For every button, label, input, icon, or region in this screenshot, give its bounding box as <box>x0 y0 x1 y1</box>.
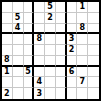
cell-r4c9[interactable] <box>88 34 99 45</box>
cell-r2c9[interactable] <box>88 13 99 24</box>
cell-r9c5[interactable] <box>45 88 56 99</box>
cell-r8c3[interactable] <box>24 77 35 88</box>
cell-r2c4[interactable] <box>34 13 45 24</box>
cell-r1c7[interactable] <box>67 2 78 13</box>
cell-r6c3[interactable] <box>24 56 35 67</box>
cell-r5c3[interactable] <box>24 45 35 56</box>
cell-r6c9[interactable] <box>88 56 99 67</box>
cell-r9c8[interactable] <box>77 88 88 99</box>
cell-r5c1[interactable] <box>2 45 13 56</box>
cell-r1c5[interactable]: 5 <box>45 2 56 13</box>
cell-r8c1[interactable] <box>2 77 13 88</box>
cell-r3c6[interactable] <box>56 24 67 35</box>
cell-r7c8[interactable] <box>77 67 88 78</box>
cell-r4c4[interactable]: 8 <box>34 34 45 45</box>
cell-r1c1[interactable] <box>2 2 13 13</box>
cell-r2c5[interactable]: 2 <box>45 13 56 24</box>
cell-r2c1[interactable] <box>2 13 13 24</box>
cell-r3c1[interactable] <box>2 24 13 35</box>
cell-r3c9[interactable] <box>88 24 99 35</box>
cell-r9c2[interactable] <box>13 88 24 99</box>
cell-r4c5[interactable] <box>45 34 56 45</box>
cell-r7c4[interactable] <box>34 67 45 78</box>
cell-r1c9[interactable] <box>88 2 99 13</box>
cell-r3c3[interactable] <box>24 24 35 35</box>
cell-r8c6[interactable] <box>56 77 67 88</box>
cell-r5c7[interactable]: 2 <box>67 45 78 56</box>
cell-r1c3[interactable] <box>24 2 35 13</box>
cell-r2c7[interactable] <box>67 13 78 24</box>
cell-r8c8[interactable]: 7 <box>77 77 88 88</box>
cell-r7c3[interactable]: 5 <box>24 67 35 78</box>
cell-r9c6[interactable] <box>56 88 67 99</box>
cell-r7c1[interactable]: 1 <box>2 67 13 78</box>
cell-r2c2[interactable]: 5 <box>13 13 24 24</box>
cell-r1c8[interactable]: 1 <box>77 2 88 13</box>
cell-r3c5[interactable] <box>45 24 56 35</box>
cell-r5c9[interactable] <box>88 45 99 56</box>
cell-r8c4[interactable]: 4 <box>34 77 45 88</box>
cell-r4c2[interactable] <box>13 34 24 45</box>
cell-r7c7[interactable]: 6 <box>67 67 78 78</box>
cell-r9c7[interactable] <box>67 88 78 99</box>
cell-r6c2[interactable] <box>13 56 24 67</box>
cell-r6c6[interactable] <box>56 56 67 67</box>
cell-r5c8[interactable] <box>77 45 88 56</box>
cell-r5c5[interactable] <box>45 45 56 56</box>
cell-r8c9[interactable] <box>88 77 99 88</box>
cell-r6c5[interactable] <box>45 56 56 67</box>
cell-r6c4[interactable] <box>34 56 45 67</box>
cell-r4c3[interactable] <box>24 34 35 45</box>
cell-r4c1[interactable] <box>2 34 13 45</box>
cell-r3c4[interactable] <box>34 24 45 35</box>
cell-r7c2[interactable] <box>13 67 24 78</box>
cell-r4c7[interactable]: 3 <box>67 34 78 45</box>
cell-r5c6[interactable] <box>56 45 67 56</box>
cell-r6c8[interactable] <box>77 56 88 67</box>
cell-r2c8[interactable] <box>77 13 88 24</box>
cell-r4c8[interactable] <box>77 34 88 45</box>
cell-r8c5[interactable] <box>45 77 56 88</box>
cell-r6c1[interactable]: 8 <box>2 56 13 67</box>
cell-r9c4[interactable]: 3 <box>34 88 45 99</box>
cell-r3c8[interactable]: 8 <box>77 24 88 35</box>
cell-r2c6[interactable] <box>56 13 67 24</box>
cell-r8c7[interactable] <box>67 77 78 88</box>
cell-r7c6[interactable] <box>56 67 67 78</box>
cell-r9c9[interactable] <box>88 88 99 99</box>
cell-r9c1[interactable]: 2 <box>2 88 13 99</box>
cell-r8c2[interactable] <box>13 77 24 88</box>
cell-r1c4[interactable] <box>34 2 45 13</box>
cell-r1c2[interactable] <box>13 2 24 13</box>
cell-r5c4[interactable] <box>34 45 45 56</box>
cell-r5c2[interactable] <box>13 45 24 56</box>
cell-r1c6[interactable] <box>56 2 67 13</box>
cell-r7c5[interactable] <box>45 67 56 78</box>
cell-r2c3[interactable] <box>24 13 35 24</box>
cell-r9c3[interactable] <box>24 88 35 99</box>
cell-r3c2[interactable]: 4 <box>13 24 24 35</box>
cell-r4c6[interactable] <box>56 34 67 45</box>
cell-r6c7[interactable] <box>67 56 78 67</box>
cell-r7c9[interactable] <box>88 67 99 78</box>
cell-r3c7[interactable] <box>67 24 78 35</box>
sudoku-board: 51524883281564723 <box>0 0 101 101</box>
